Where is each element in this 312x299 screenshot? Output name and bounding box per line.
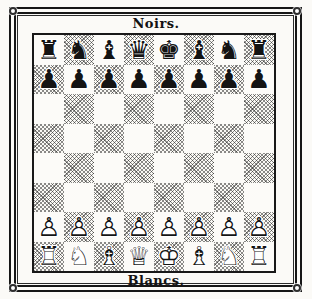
piece-black-pawn: ♟ — [184, 65, 214, 95]
square-b2[interactable]: ♟♙ — [64, 212, 94, 242]
square-h6[interactable] — [244, 94, 274, 124]
piece-white-pawn: ♙ — [124, 212, 154, 242]
piece-white-bishop: ♗ — [94, 242, 124, 272]
square-f3[interactable] — [184, 183, 214, 213]
piece-black-bishop: ♝ — [94, 35, 124, 65]
square-e8[interactable]: ♚ — [154, 35, 184, 65]
piece-white-pawn-fill: ♟ — [94, 212, 124, 242]
piece-white-pawn-fill: ♟ — [154, 212, 184, 242]
piece-white-bishop: ♗ — [184, 242, 214, 272]
square-a2[interactable]: ♟♙ — [34, 212, 64, 242]
piece-white-bishop-fill: ♝ — [184, 242, 214, 272]
piece-white-pawn-fill: ♟ — [214, 212, 244, 242]
piece-white-pawn-fill: ♟ — [244, 212, 274, 242]
piece-black-pawn: ♟ — [244, 65, 274, 95]
square-g8[interactable]: ♞ — [214, 35, 244, 65]
piece-white-pawn: ♙ — [64, 212, 94, 242]
square-a8[interactable]: ♜ — [34, 35, 64, 65]
square-f2[interactable]: ♟♙ — [184, 212, 214, 242]
piece-white-pawn-fill: ♟ — [64, 212, 94, 242]
square-h5[interactable] — [244, 124, 274, 154]
square-e5[interactable] — [154, 124, 184, 154]
square-h1[interactable]: ♜♖ — [244, 242, 274, 272]
piece-black-knight: ♞ — [214, 35, 244, 65]
square-f8[interactable]: ♝ — [184, 35, 214, 65]
square-e6[interactable] — [154, 94, 184, 124]
piece-black-rook: ♜ — [34, 35, 64, 65]
square-b1[interactable]: ♞♘ — [64, 242, 94, 272]
piece-black-pawn: ♟ — [64, 65, 94, 95]
square-g1[interactable]: ♞♘ — [214, 242, 244, 272]
square-g7[interactable]: ♟ — [214, 65, 244, 95]
piece-black-pawn: ♟ — [34, 65, 64, 95]
square-f4[interactable] — [184, 153, 214, 183]
piece-white-knight: ♘ — [214, 242, 244, 272]
square-b7[interactable]: ♟ — [64, 65, 94, 95]
piece-white-knight-fill: ♞ — [214, 242, 244, 272]
square-e7[interactable]: ♟ — [154, 65, 184, 95]
square-g4[interactable] — [214, 153, 244, 183]
piece-black-queen: ♛ — [124, 35, 154, 65]
piece-white-queen-fill: ♛ — [124, 242, 154, 272]
square-g3[interactable] — [214, 183, 244, 213]
piece-white-pawn-fill: ♟ — [184, 212, 214, 242]
piece-white-king-fill: ♚ — [154, 242, 184, 272]
square-f6[interactable] — [184, 94, 214, 124]
piece-white-rook: ♖ — [244, 242, 274, 272]
piece-white-rook-fill: ♜ — [244, 242, 274, 272]
square-d7[interactable]: ♟ — [124, 65, 154, 95]
piece-white-knight: ♘ — [64, 242, 94, 272]
square-h7[interactable]: ♟ — [244, 65, 274, 95]
piece-white-pawn: ♙ — [244, 212, 274, 242]
piece-white-knight-fill: ♞ — [64, 242, 94, 272]
square-c8[interactable]: ♝ — [94, 35, 124, 65]
square-e3[interactable] — [154, 183, 184, 213]
square-b8[interactable]: ♞ — [64, 35, 94, 65]
piece-white-pawn: ♙ — [34, 212, 64, 242]
piece-white-rook-fill: ♜ — [34, 242, 64, 272]
square-a3[interactable] — [34, 183, 64, 213]
square-f5[interactable] — [184, 124, 214, 154]
piece-white-pawn: ♙ — [214, 212, 244, 242]
square-h2[interactable]: ♟♙ — [244, 212, 274, 242]
piece-black-king: ♚ — [154, 35, 184, 65]
piece-black-rook: ♜ — [244, 35, 274, 65]
white-side-label: Blancs. — [16, 273, 296, 288]
piece-white-pawn: ♙ — [184, 212, 214, 242]
square-c3[interactable] — [94, 183, 124, 213]
square-b6[interactable] — [64, 94, 94, 124]
square-g6[interactable] — [214, 94, 244, 124]
square-e1[interactable]: ♚♔ — [154, 242, 184, 272]
square-g2[interactable]: ♟♙ — [214, 212, 244, 242]
piece-black-pawn: ♟ — [94, 65, 124, 95]
piece-black-pawn: ♟ — [154, 65, 184, 95]
square-d4[interactable] — [124, 153, 154, 183]
piece-white-pawn: ♙ — [94, 212, 124, 242]
piece-black-knight: ♞ — [64, 35, 94, 65]
square-c1[interactable]: ♝♗ — [94, 242, 124, 272]
square-b4[interactable] — [64, 153, 94, 183]
square-d5[interactable] — [124, 124, 154, 154]
square-c5[interactable] — [94, 124, 124, 154]
square-d1[interactable]: ♛♕ — [124, 242, 154, 272]
square-d2[interactable]: ♟♙ — [124, 212, 154, 242]
square-c2[interactable]: ♟♙ — [94, 212, 124, 242]
square-a7[interactable]: ♟ — [34, 65, 64, 95]
square-c6[interactable] — [94, 94, 124, 124]
square-b3[interactable] — [64, 183, 94, 213]
square-c7[interactable]: ♟ — [94, 65, 124, 95]
square-h3[interactable] — [244, 183, 274, 213]
square-a1[interactable]: ♜♖ — [34, 242, 64, 272]
piece-black-bishop: ♝ — [184, 35, 214, 65]
square-a6[interactable] — [34, 94, 64, 124]
corner-screw-icon — [293, 7, 301, 15]
piece-white-pawn-fill: ♟ — [124, 212, 154, 242]
square-d3[interactable] — [124, 183, 154, 213]
square-b5[interactable] — [64, 124, 94, 154]
piece-black-pawn: ♟ — [214, 65, 244, 95]
square-d8[interactable]: ♛ — [124, 35, 154, 65]
square-f1[interactable]: ♝♗ — [184, 242, 214, 272]
square-g5[interactable] — [214, 124, 244, 154]
piece-white-queen: ♕ — [124, 242, 154, 272]
piece-white-bishop-fill: ♝ — [94, 242, 124, 272]
square-d6[interactable] — [124, 94, 154, 124]
square-h4[interactable] — [244, 153, 274, 183]
corner-screw-icon — [9, 7, 17, 15]
square-e4[interactable] — [154, 153, 184, 183]
square-f7[interactable]: ♟ — [184, 65, 214, 95]
piece-white-pawn: ♙ — [154, 212, 184, 242]
piece-black-pawn: ♟ — [124, 65, 154, 95]
square-e2[interactable]: ♟♙ — [154, 212, 184, 242]
piece-white-rook: ♖ — [34, 242, 64, 272]
piece-white-pawn-fill: ♟ — [34, 212, 64, 242]
square-c4[interactable] — [94, 153, 124, 183]
black-side-label: Noirs. — [16, 16, 296, 31]
board: ♜♞♝♛♚♝♞♜♟♟♟♟♟♟♟♟♟♙♟♙♟♙♟♙♟♙♟♙♟♙♟♙♜♖♞♘♝♗♛♕… — [32, 33, 276, 273]
square-a5[interactable] — [34, 124, 64, 154]
square-h8[interactable]: ♜ — [244, 35, 274, 65]
piece-white-king: ♔ — [154, 242, 184, 272]
square-a4[interactable] — [34, 153, 64, 183]
